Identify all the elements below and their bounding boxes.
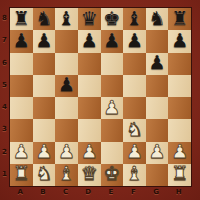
square-e7[interactable]: ♟ bbox=[101, 30, 124, 52]
square-g7[interactable] bbox=[146, 30, 169, 52]
piece-black-bishop-f8[interactable]: ♝ bbox=[126, 9, 143, 28]
file-label-e: E bbox=[100, 185, 123, 198]
piece-black-pawn-g6[interactable]: ♟ bbox=[149, 53, 166, 72]
square-a5[interactable] bbox=[10, 75, 33, 97]
square-f3[interactable]: ♞ bbox=[123, 119, 146, 141]
square-e1[interactable]: ♚ bbox=[101, 164, 124, 186]
piece-black-pawn-c5[interactable]: ♟ bbox=[58, 75, 75, 94]
file-label-h: H bbox=[167, 185, 190, 198]
piece-black-pawn-d7[interactable]: ♟ bbox=[81, 31, 98, 50]
square-b1[interactable]: ♞ bbox=[33, 164, 56, 186]
piece-white-rook-h1[interactable]: ♜ bbox=[171, 164, 188, 183]
chess-board: ♜♞♝♛♚♝♞♜♟♟♟♟♟♟♟♟♟♞♟♟♟♟♟♟♟♜♞♝♛♚♝♜ bbox=[9, 7, 192, 187]
square-d3[interactable] bbox=[78, 119, 101, 141]
piece-black-pawn-b7[interactable]: ♟ bbox=[35, 31, 52, 50]
rank-label-4: 4 bbox=[0, 96, 9, 118]
square-d1[interactable]: ♛ bbox=[78, 164, 101, 186]
piece-white-knight-f3[interactable]: ♞ bbox=[126, 120, 143, 139]
square-g3[interactable] bbox=[146, 119, 169, 141]
square-h7[interactable]: ♟ bbox=[168, 30, 191, 52]
piece-white-pawn-b2[interactable]: ♟ bbox=[35, 142, 52, 161]
square-g5[interactable] bbox=[146, 75, 169, 97]
square-a3[interactable] bbox=[10, 119, 33, 141]
file-label-a: A bbox=[9, 185, 32, 198]
square-a4[interactable] bbox=[10, 97, 33, 119]
piece-white-pawn-c2[interactable]: ♟ bbox=[58, 142, 75, 161]
square-b7[interactable]: ♟ bbox=[33, 30, 56, 52]
square-f4[interactable] bbox=[123, 97, 146, 119]
piece-black-pawn-a7[interactable]: ♟ bbox=[13, 31, 30, 50]
board-frame: 87654321 ♜♞♝♛♚♝♞♜♟♟♟♟♟♟♟♟♟♞♟♟♟♟♟♟♟♜♞♝♛♚♝… bbox=[0, 0, 200, 200]
square-h2[interactable]: ♟ bbox=[168, 142, 191, 164]
square-d2[interactable]: ♟ bbox=[78, 142, 101, 164]
piece-white-bishop-c1[interactable]: ♝ bbox=[58, 164, 75, 183]
square-f1[interactable]: ♝ bbox=[123, 164, 146, 186]
square-e3[interactable] bbox=[101, 119, 124, 141]
square-b3[interactable] bbox=[33, 119, 56, 141]
square-c8[interactable]: ♝ bbox=[55, 8, 78, 30]
piece-white-pawn-f2[interactable]: ♟ bbox=[126, 142, 143, 161]
file-label-d: D bbox=[77, 185, 100, 198]
piece-black-pawn-h7[interactable]: ♟ bbox=[171, 31, 188, 50]
square-a2[interactable]: ♟ bbox=[10, 142, 33, 164]
piece-white-queen-d1[interactable]: ♛ bbox=[81, 164, 98, 183]
square-e8[interactable]: ♚ bbox=[101, 8, 124, 30]
piece-white-pawn-g2[interactable]: ♟ bbox=[149, 142, 166, 161]
piece-black-knight-b8[interactable]: ♞ bbox=[35, 9, 52, 28]
piece-white-pawn-h2[interactable]: ♟ bbox=[171, 142, 188, 161]
square-h5[interactable] bbox=[168, 75, 191, 97]
piece-black-pawn-f7[interactable]: ♟ bbox=[126, 31, 143, 50]
square-c2[interactable]: ♟ bbox=[55, 142, 78, 164]
square-c4[interactable] bbox=[55, 97, 78, 119]
square-c5[interactable]: ♟ bbox=[55, 75, 78, 97]
piece-white-bishop-f1[interactable]: ♝ bbox=[126, 164, 143, 183]
rank-label-6: 6 bbox=[0, 52, 9, 74]
square-d5[interactable] bbox=[78, 75, 101, 97]
square-c7[interactable] bbox=[55, 30, 78, 52]
rank-labels: 87654321 bbox=[0, 7, 9, 185]
rank-label-2: 2 bbox=[0, 141, 9, 163]
square-f5[interactable] bbox=[123, 75, 146, 97]
piece-white-king-e1[interactable]: ♚ bbox=[103, 164, 120, 183]
square-b6[interactable] bbox=[33, 53, 56, 75]
square-f6[interactable] bbox=[123, 53, 146, 75]
file-label-c: C bbox=[54, 185, 77, 198]
square-a7[interactable]: ♟ bbox=[10, 30, 33, 52]
rank-label-7: 7 bbox=[0, 29, 9, 51]
square-c3[interactable] bbox=[55, 119, 78, 141]
piece-black-pawn-e7[interactable]: ♟ bbox=[103, 31, 120, 50]
square-e4[interactable]: ♟ bbox=[101, 97, 124, 119]
square-a8[interactable]: ♜ bbox=[10, 8, 33, 30]
rank-label-8: 8 bbox=[0, 7, 9, 29]
square-h6[interactable] bbox=[168, 53, 191, 75]
square-c6[interactable] bbox=[55, 53, 78, 75]
square-f8[interactable]: ♝ bbox=[123, 8, 146, 30]
square-e6[interactable] bbox=[101, 53, 124, 75]
square-a6[interactable] bbox=[10, 53, 33, 75]
square-h1[interactable]: ♜ bbox=[168, 164, 191, 186]
rank-label-3: 3 bbox=[0, 118, 9, 140]
piece-white-pawn-d2[interactable]: ♟ bbox=[81, 142, 98, 161]
square-d6[interactable] bbox=[78, 53, 101, 75]
square-g2[interactable]: ♟ bbox=[146, 142, 169, 164]
square-h3[interactable] bbox=[168, 119, 191, 141]
square-h8[interactable]: ♜ bbox=[168, 8, 191, 30]
piece-black-knight-g8[interactable]: ♞ bbox=[149, 9, 166, 28]
square-e2[interactable] bbox=[101, 142, 124, 164]
piece-white-pawn-a2[interactable]: ♟ bbox=[13, 142, 30, 161]
square-h4[interactable] bbox=[168, 97, 191, 119]
piece-black-king-e8[interactable]: ♚ bbox=[103, 9, 120, 28]
square-d8[interactable]: ♛ bbox=[78, 8, 101, 30]
square-b5[interactable] bbox=[33, 75, 56, 97]
file-label-g: G bbox=[145, 185, 168, 198]
piece-black-bishop-c8[interactable]: ♝ bbox=[58, 9, 75, 28]
square-f2[interactable]: ♟ bbox=[123, 142, 146, 164]
square-d7[interactable]: ♟ bbox=[78, 30, 101, 52]
file-labels: ABCDEFGH bbox=[9, 185, 190, 198]
rank-label-1: 1 bbox=[0, 163, 9, 185]
square-c1[interactable]: ♝ bbox=[55, 164, 78, 186]
piece-white-pawn-e4[interactable]: ♟ bbox=[103, 98, 120, 117]
piece-white-rook-a1[interactable]: ♜ bbox=[13, 164, 30, 183]
square-g6[interactable]: ♟ bbox=[146, 53, 169, 75]
square-e5[interactable] bbox=[101, 75, 124, 97]
square-a1[interactable]: ♜ bbox=[10, 164, 33, 186]
square-d4[interactable] bbox=[78, 97, 101, 119]
square-f7[interactable]: ♟ bbox=[123, 30, 146, 52]
square-b4[interactable] bbox=[33, 97, 56, 119]
file-label-b: B bbox=[32, 185, 55, 198]
piece-black-queen-d8[interactable]: ♛ bbox=[81, 9, 98, 28]
square-g4[interactable] bbox=[146, 97, 169, 119]
rank-label-5: 5 bbox=[0, 74, 9, 96]
file-label-f: F bbox=[122, 185, 145, 198]
square-b8[interactable]: ♞ bbox=[33, 8, 56, 30]
piece-black-rook-a8[interactable]: ♜ bbox=[13, 9, 30, 28]
square-g8[interactable]: ♞ bbox=[146, 8, 169, 30]
piece-black-rook-h8[interactable]: ♜ bbox=[171, 9, 188, 28]
square-g1[interactable] bbox=[146, 164, 169, 186]
square-b2[interactable]: ♟ bbox=[33, 142, 56, 164]
piece-white-knight-b1[interactable]: ♞ bbox=[35, 164, 52, 183]
